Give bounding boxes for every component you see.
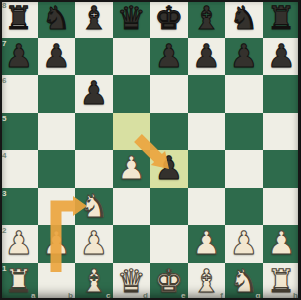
square-b7[interactable]: ♟: [38, 38, 76, 76]
square-b2[interactable]: ♟: [38, 225, 76, 263]
square-d4[interactable]: ♟: [113, 150, 151, 188]
square-a4[interactable]: 4: [0, 150, 38, 188]
square-d5[interactable]: [113, 113, 151, 151]
square-e8[interactable]: ♚: [150, 0, 188, 38]
square-e3[interactable]: [150, 188, 188, 226]
square-g6[interactable]: [225, 75, 263, 113]
square-g7[interactable]: ♟: [225, 38, 263, 76]
square-c5[interactable]: [75, 113, 113, 151]
square-b6[interactable]: [38, 75, 76, 113]
square-f6[interactable]: [188, 75, 226, 113]
square-h8[interactable]: ♜: [263, 0, 301, 38]
rank-label-5: 5: [2, 114, 6, 123]
square-g4[interactable]: [225, 150, 263, 188]
square-h3[interactable]: [263, 188, 301, 226]
square-g5[interactable]: [225, 113, 263, 151]
square-a5[interactable]: 5: [0, 113, 38, 151]
white-bishop-f1[interactable]: ♝: [188, 263, 226, 300]
square-h1[interactable]: h♜: [263, 263, 301, 300]
black-queen-d8[interactable]: ♛: [113, 0, 151, 38]
chess-board-wrap: 8♜♞♝♛♚♝♞♜7♟♟♟♟♟♟6♟54♟♟3♞2♟♟♟♟♟♟1a♜bc♝d♛e…: [0, 0, 300, 300]
square-b5[interactable]: [38, 113, 76, 151]
square-g3[interactable]: [225, 188, 263, 226]
rank-label-4: 4: [2, 151, 6, 160]
square-a3[interactable]: 3: [0, 188, 38, 226]
square-h5[interactable]: [263, 113, 301, 151]
square-a6[interactable]: 6: [0, 75, 38, 113]
white-queen-d1[interactable]: ♛: [113, 263, 151, 300]
square-c1[interactable]: c♝: [75, 263, 113, 300]
square-c6[interactable]: ♟: [75, 75, 113, 113]
white-pawn-h2[interactable]: ♟: [263, 225, 301, 263]
square-c7[interactable]: [75, 38, 113, 76]
white-bishop-c1[interactable]: ♝: [75, 263, 113, 300]
rank-label-6: 6: [2, 76, 6, 85]
square-d7[interactable]: [113, 38, 151, 76]
square-h2[interactable]: ♟: [263, 225, 301, 263]
white-pawn-b2[interactable]: ♟: [38, 225, 76, 263]
square-d6[interactable]: [113, 75, 151, 113]
square-f3[interactable]: [188, 188, 226, 226]
white-pawn-f2[interactable]: ♟: [188, 225, 226, 263]
white-rook-a1[interactable]: ♜: [0, 263, 38, 300]
white-pawn-g2[interactable]: ♟: [225, 225, 263, 263]
square-h4[interactable]: [263, 150, 301, 188]
square-d8[interactable]: ♛: [113, 0, 151, 38]
black-pawn-h7[interactable]: ♟: [263, 38, 301, 76]
square-f4[interactable]: [188, 150, 226, 188]
black-pawn-f7[interactable]: ♟: [188, 38, 226, 76]
black-bishop-f8[interactable]: ♝: [188, 0, 226, 38]
square-b8[interactable]: ♞: [38, 0, 76, 38]
square-d3[interactable]: [113, 188, 151, 226]
square-e1[interactable]: e♚: [150, 263, 188, 300]
square-f8[interactable]: ♝: [188, 0, 226, 38]
square-f5[interactable]: [188, 113, 226, 151]
white-knight-c3[interactable]: ♞: [75, 188, 113, 226]
square-e2[interactable]: [150, 225, 188, 263]
black-rook-h8[interactable]: ♜: [263, 0, 301, 38]
black-pawn-e7[interactable]: ♟: [150, 38, 188, 76]
square-a2[interactable]: 2♟: [0, 225, 38, 263]
white-rook-h1[interactable]: ♜: [263, 263, 301, 300]
square-f1[interactable]: f♝: [188, 263, 226, 300]
black-knight-b8[interactable]: ♞: [38, 0, 76, 38]
black-knight-g8[interactable]: ♞: [225, 0, 263, 38]
square-d2[interactable]: [113, 225, 151, 263]
black-pawn-g7[interactable]: ♟: [225, 38, 263, 76]
square-a1[interactable]: 1a♜: [0, 263, 38, 300]
black-pawn-e4[interactable]: ♟: [150, 150, 188, 188]
square-g2[interactable]: ♟: [225, 225, 263, 263]
black-pawn-b7[interactable]: ♟: [38, 38, 76, 76]
white-pawn-a2[interactable]: ♟: [0, 225, 38, 263]
square-g1[interactable]: g♞: [225, 263, 263, 300]
black-king-e8[interactable]: ♚: [150, 0, 188, 38]
square-b1[interactable]: b: [38, 263, 76, 300]
square-c4[interactable]: [75, 150, 113, 188]
rank-label-3: 3: [2, 189, 6, 198]
chess-board: 8♜♞♝♛♚♝♞♜7♟♟♟♟♟♟6♟54♟♟3♞2♟♟♟♟♟♟1a♜bc♝d♛e…: [0, 0, 300, 300]
square-b4[interactable]: [38, 150, 76, 188]
white-pawn-d4[interactable]: ♟: [113, 150, 151, 188]
square-a7[interactable]: 7♟: [0, 38, 38, 76]
white-pawn-c2[interactable]: ♟: [75, 225, 113, 263]
square-e4[interactable]: ♟: [150, 150, 188, 188]
black-pawn-c6[interactable]: ♟: [75, 75, 113, 113]
white-knight-g1[interactable]: ♞: [225, 263, 263, 300]
square-c2[interactable]: ♟: [75, 225, 113, 263]
black-bishop-c8[interactable]: ♝: [75, 0, 113, 38]
square-a8[interactable]: 8♜: [0, 0, 38, 38]
square-h6[interactable]: [263, 75, 301, 113]
square-g8[interactable]: ♞: [225, 0, 263, 38]
square-h7[interactable]: ♟: [263, 38, 301, 76]
square-d1[interactable]: d♛: [113, 263, 151, 300]
square-e6[interactable]: [150, 75, 188, 113]
black-pawn-a7[interactable]: ♟: [0, 38, 38, 76]
square-b3[interactable]: [38, 188, 76, 226]
file-label-b: b: [68, 291, 73, 300]
white-king-e1[interactable]: ♚: [150, 263, 188, 300]
black-rook-a8[interactable]: ♜: [0, 0, 38, 38]
square-f7[interactable]: ♟: [188, 38, 226, 76]
square-f2[interactable]: ♟: [188, 225, 226, 263]
square-c8[interactable]: ♝: [75, 0, 113, 38]
square-c3[interactable]: ♞: [75, 188, 113, 226]
square-e7[interactable]: ♟: [150, 38, 188, 76]
square-e5[interactable]: [150, 113, 188, 151]
